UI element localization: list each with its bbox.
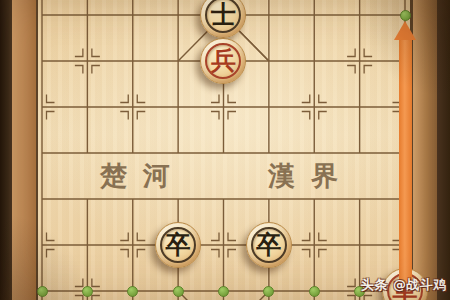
piece-character: 士 xyxy=(211,2,236,27)
watermark-text: 头条 @战斗鸡 xyxy=(361,276,447,294)
table-background-left xyxy=(0,0,12,300)
piece-character: 卒 xyxy=(256,232,281,257)
move-arrow-head-icon xyxy=(394,21,416,40)
piece-character: 兵 xyxy=(211,48,236,73)
piece-black-soldier-left[interactable]: 卒 xyxy=(155,222,201,268)
piece-character: 卒 xyxy=(166,232,191,257)
table-background-right xyxy=(437,0,450,300)
piece-black-advisor[interactable]: 士 xyxy=(200,0,246,38)
move-arrow xyxy=(399,38,412,284)
piece-red-soldier[interactable]: 兵 xyxy=(200,38,246,84)
xiangqi-app-screen: 楚河 漢界 士兵卒卒車 头条 @战斗鸡 xyxy=(0,0,450,300)
board-grid[interactable]: 士兵卒卒車 xyxy=(19,0,427,300)
piece-black-soldier-right[interactable]: 卒 xyxy=(246,222,292,268)
